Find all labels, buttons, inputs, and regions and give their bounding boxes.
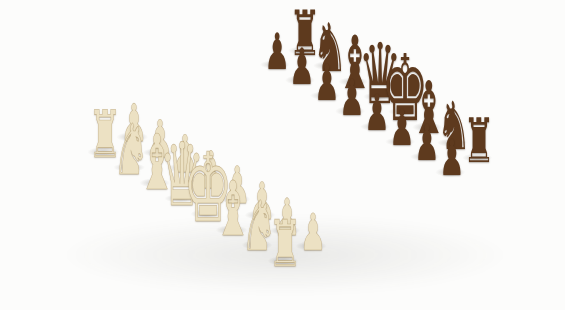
square <box>262 184 316 214</box>
square <box>399 141 451 171</box>
piece-shadow <box>167 163 199 173</box>
coordinate-label: d <box>195 78 204 83</box>
piece-shadow <box>337 77 368 86</box>
square <box>134 107 188 137</box>
piece-shadow <box>164 194 196 204</box>
square <box>246 79 299 109</box>
piece-shadow <box>462 153 493 162</box>
square <box>371 156 424 186</box>
square <box>217 93 271 123</box>
square <box>271 94 324 124</box>
coordinate-label: 2 <box>103 175 112 180</box>
piece-shadow <box>385 137 416 146</box>
white-bishop: ♝ <box>137 125 177 201</box>
white-pawn: ♟ <box>198 145 225 197</box>
square <box>346 140 399 170</box>
square <box>153 183 207 213</box>
square <box>265 154 318 184</box>
square <box>316 185 369 215</box>
square <box>189 108 243 138</box>
square <box>163 92 217 122</box>
piece-shadow <box>362 92 393 101</box>
white-queen: ♛ <box>160 132 206 220</box>
square <box>186 138 240 168</box>
piece-shadow <box>359 122 390 131</box>
square <box>424 157 476 187</box>
square <box>352 81 405 111</box>
square <box>296 110 349 140</box>
piece-shadow <box>219 194 251 204</box>
coordinate-label: 1 <box>77 159 86 164</box>
square <box>344 170 397 200</box>
square <box>427 127 479 157</box>
square <box>302 50 355 80</box>
white-pawn: ♟ <box>146 113 173 165</box>
coordinate-label: 6 <box>444 113 453 118</box>
piece-shadow <box>287 46 318 55</box>
black-king: ♚ <box>381 43 429 134</box>
square <box>211 153 265 183</box>
coordinate-label: c <box>224 64 233 69</box>
black-pawn: ♟ <box>389 104 415 154</box>
black-pawn: ♟ <box>289 42 315 92</box>
piece-shadow <box>138 178 170 188</box>
white-pawn: ♟ <box>172 129 199 181</box>
black-rook: ♜ <box>463 111 495 173</box>
square <box>268 124 321 154</box>
piece-shadow <box>87 147 120 157</box>
coordinate-label: h <box>80 136 89 141</box>
black-knight: ♞ <box>437 92 471 158</box>
square <box>452 142 504 172</box>
square <box>374 126 427 156</box>
product-photo-stage: 11hh22gg33ff44ee55dd66cc77bb88aa ♜♞♝♛♚♝♞… <box>0 0 565 310</box>
black-pawn: ♟ <box>414 119 440 169</box>
square <box>324 95 377 125</box>
square <box>208 183 262 213</box>
square <box>369 186 422 216</box>
square <box>293 140 346 170</box>
black-pawn: ♟ <box>439 135 465 185</box>
black-pawn: ♟ <box>339 73 365 123</box>
square <box>102 151 157 181</box>
coordinate-label: f <box>138 108 146 112</box>
coordinate-label: 4 <box>394 83 403 88</box>
square <box>214 123 268 153</box>
piece-shadow <box>309 91 340 100</box>
white-knight: ♞ <box>113 114 149 184</box>
coordinate-label: g <box>109 122 118 127</box>
square <box>237 169 291 199</box>
black-rook: ♜ <box>288 3 320 66</box>
square <box>299 80 352 110</box>
coordinate-label: 8 <box>494 144 503 149</box>
square <box>240 139 294 169</box>
coordinate-labels: 11hh22gg33ff44ee55dd66cc77bb88aa <box>48 20 306 150</box>
square <box>402 112 454 142</box>
square <box>349 111 402 141</box>
square <box>377 96 429 126</box>
white-pawn: ♟ <box>223 160 250 211</box>
board-drop-shadow <box>60 215 510 295</box>
square <box>128 167 183 197</box>
square <box>321 125 374 155</box>
square <box>249 49 302 79</box>
square <box>318 155 371 185</box>
piece-shadow <box>387 107 418 116</box>
piece-shadow <box>193 179 225 189</box>
square <box>220 63 273 93</box>
black-knight: ♞ <box>312 15 347 82</box>
coordinate-label: 3 <box>370 67 379 72</box>
coordinate-label: 3 <box>129 191 138 196</box>
square <box>182 168 236 198</box>
black-pawn: ♟ <box>314 58 340 108</box>
piece-shadow <box>410 152 441 161</box>
black-bishop: ♝ <box>336 26 374 99</box>
square <box>157 152 211 182</box>
square <box>243 109 296 139</box>
square <box>274 65 327 95</box>
coordinate-label: 1 <box>320 37 329 42</box>
coordinate-label: a <box>280 36 289 41</box>
piece-shadow <box>259 60 290 69</box>
square <box>327 66 380 96</box>
black-queen: ♛ <box>358 33 402 117</box>
coordinate-label: 5 <box>419 98 428 103</box>
coordinate-label: a <box>492 166 501 171</box>
coordinate-label: e <box>166 93 175 98</box>
piece-shadow <box>434 168 465 177</box>
piece-shadow <box>142 148 174 158</box>
piece-shadow <box>284 75 315 84</box>
black-bishop: ♝ <box>411 72 449 145</box>
coordinate-label: 2 <box>345 52 354 57</box>
coordinate-label: 7 <box>469 128 478 133</box>
square <box>397 171 450 201</box>
square <box>76 136 131 166</box>
white-rook: ♜ <box>88 102 122 167</box>
square <box>160 122 214 152</box>
square <box>192 78 246 108</box>
square <box>105 121 160 151</box>
coordinate-label: b <box>252 50 261 55</box>
black-pawn: ♟ <box>264 27 290 77</box>
piece-shadow <box>437 138 468 147</box>
piece-shadow <box>116 132 148 142</box>
piece-shadow <box>412 123 443 132</box>
square <box>290 170 343 200</box>
coordinate-label: 4 <box>154 206 163 211</box>
piece-shadow <box>312 61 343 70</box>
coordinate-label: c <box>437 195 445 200</box>
black-pawn: ♟ <box>364 89 390 139</box>
coordinate-label: b <box>465 181 474 186</box>
piece-shadow <box>334 106 365 115</box>
square <box>131 137 185 167</box>
white-pawn: ♟ <box>121 98 148 150</box>
square <box>277 35 330 65</box>
piece-shadow <box>113 162 146 172</box>
